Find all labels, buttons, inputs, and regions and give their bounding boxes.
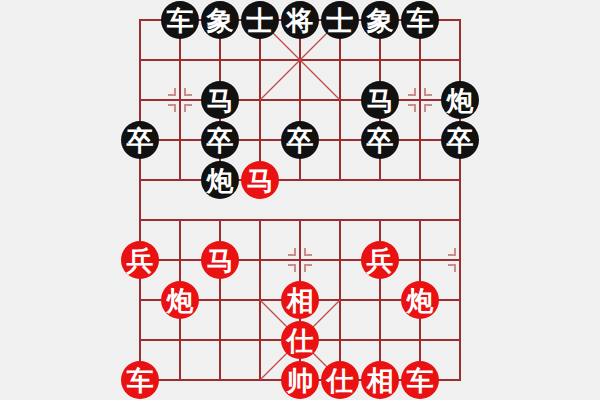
point-marker-e4 [288,248,296,256]
black-horse[interactable]: 马 [201,81,239,119]
red-chariot[interactable]: 车 [121,361,159,399]
black-cannon[interactable]: 炮 [441,81,479,119]
point-marker-h8 [424,104,432,112]
red-soldier[interactable]: 兵 [361,241,399,279]
red-cannon[interactable]: 炮 [161,281,199,319]
red-chariot[interactable]: 车 [401,361,439,399]
point-marker-h8 [408,88,416,96]
red-horse[interactable]: 马 [201,241,239,279]
point-marker-h8 [424,88,432,96]
xiangqi-app-window: 车象士将士象车马马炮卒卒卒卒卒炮马兵马兵炮相炮仕车帅仕相车 [0,0,600,400]
black-soldier[interactable]: 卒 [201,121,239,159]
red-cannon[interactable]: 炮 [401,281,439,319]
point-marker-b8 [184,88,192,96]
red-advisor[interactable]: 仕 [281,321,319,359]
black-advisor[interactable]: 士 [321,1,359,39]
black-chariot[interactable]: 车 [401,1,439,39]
black-soldier[interactable]: 卒 [121,121,159,159]
point-marker-b8 [184,104,192,112]
point-marker-b8 [168,104,176,112]
black-horse[interactable]: 马 [361,81,399,119]
black-elephant[interactable]: 象 [201,1,239,39]
red-horse[interactable]: 马 [241,161,279,199]
red-general[interactable]: 帅 [281,361,319,399]
point-marker-b8 [168,88,176,96]
black-soldier[interactable]: 卒 [361,121,399,159]
black-soldier[interactable]: 卒 [441,121,479,159]
red-advisor[interactable]: 仕 [321,361,359,399]
red-soldier[interactable]: 兵 [121,241,159,279]
black-elephant[interactable]: 象 [361,1,399,39]
black-general[interactable]: 将 [281,1,319,39]
point-marker-e4 [288,264,296,272]
black-advisor[interactable]: 士 [241,1,279,39]
point-marker-i4 [448,264,456,272]
point-marker-h8 [408,104,416,112]
black-cannon[interactable]: 炮 [201,161,239,199]
red-elephant[interactable]: 相 [361,361,399,399]
black-chariot[interactable]: 车 [161,1,199,39]
black-soldier[interactable]: 卒 [281,121,319,159]
point-marker-i4 [448,248,456,256]
point-marker-e4 [304,264,312,272]
point-marker-e4 [304,248,312,256]
red-elephant[interactable]: 相 [281,281,319,319]
